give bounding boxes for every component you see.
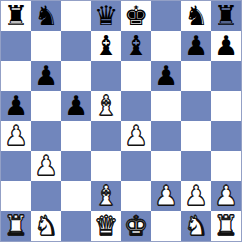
square-g1[interactable]: ♞ (181, 211, 211, 241)
square-d1[interactable]: ♛ (91, 211, 121, 241)
square-g4[interactable] (181, 121, 211, 151)
square-b4[interactable] (31, 121, 61, 151)
square-h2[interactable]: ♟ (211, 181, 241, 211)
square-e6[interactable] (121, 61, 151, 91)
square-f2[interactable]: ♟ (151, 181, 181, 211)
square-b8[interactable]: ♞ (31, 1, 61, 31)
square-a3[interactable] (1, 151, 31, 181)
square-e3[interactable] (121, 151, 151, 181)
square-a5[interactable]: ♟ (1, 91, 31, 121)
square-a4[interactable]: ♟ (1, 121, 31, 151)
square-d2[interactable]: ♝ (91, 181, 121, 211)
square-g6[interactable] (181, 61, 211, 91)
square-f7[interactable] (151, 31, 181, 61)
square-a1[interactable]: ♜ (1, 211, 31, 241)
black-bishop: ♝ (124, 32, 148, 59)
black-rook: ♜ (4, 2, 28, 29)
white-king: ♚ (124, 212, 148, 239)
white-bishop: ♝ (94, 182, 118, 209)
square-d5[interactable]: ♝ (91, 91, 121, 121)
white-pawn: ♟ (154, 182, 178, 209)
square-h7[interactable]: ♟ (211, 31, 241, 61)
square-h6[interactable] (211, 61, 241, 91)
square-h3[interactable] (211, 151, 241, 181)
square-e1[interactable]: ♚ (121, 211, 151, 241)
white-pawn: ♟ (184, 182, 208, 209)
square-h5[interactable] (211, 91, 241, 121)
square-d7[interactable]: ♝ (91, 31, 121, 61)
square-h1[interactable]: ♜ (211, 211, 241, 241)
square-d8[interactable]: ♛ (91, 1, 121, 31)
square-c1[interactable] (61, 211, 91, 241)
square-e8[interactable]: ♚ (121, 1, 151, 31)
square-b7[interactable] (31, 31, 61, 61)
square-g2[interactable]: ♟ (181, 181, 211, 211)
square-c2[interactable] (61, 181, 91, 211)
square-d4[interactable] (91, 121, 121, 151)
black-pawn: ♟ (154, 62, 178, 89)
square-f1[interactable] (151, 211, 181, 241)
square-a6[interactable] (1, 61, 31, 91)
square-g8[interactable]: ♞ (181, 1, 211, 31)
black-pawn: ♟ (4, 92, 28, 119)
square-b1[interactable]: ♞ (31, 211, 61, 241)
white-rook: ♜ (4, 212, 28, 239)
white-pawn: ♟ (34, 152, 58, 179)
square-c7[interactable] (61, 31, 91, 61)
black-pawn: ♟ (184, 32, 208, 59)
square-a8[interactable]: ♜ (1, 1, 31, 31)
black-knight: ♞ (34, 2, 58, 29)
white-knight: ♞ (34, 212, 58, 239)
square-g3[interactable] (181, 151, 211, 181)
square-a7[interactable] (1, 31, 31, 61)
square-e5[interactable] (121, 91, 151, 121)
white-pawn: ♟ (4, 122, 28, 149)
white-pawn: ♟ (124, 122, 148, 149)
square-g7[interactable]: ♟ (181, 31, 211, 61)
square-b2[interactable] (31, 181, 61, 211)
black-pawn: ♟ (34, 62, 58, 89)
square-d3[interactable] (91, 151, 121, 181)
black-pawn: ♟ (64, 92, 88, 119)
black-queen: ♛ (94, 2, 118, 29)
square-b3[interactable]: ♟ (31, 151, 61, 181)
black-rook: ♜ (214, 2, 238, 29)
square-a2[interactable] (1, 181, 31, 211)
square-f6[interactable]: ♟ (151, 61, 181, 91)
black-king: ♚ (124, 2, 148, 29)
square-b5[interactable] (31, 91, 61, 121)
white-bishop: ♝ (94, 92, 118, 119)
white-knight: ♞ (184, 212, 208, 239)
square-c8[interactable] (61, 1, 91, 31)
square-e4[interactable]: ♟ (121, 121, 151, 151)
square-c4[interactable] (61, 121, 91, 151)
square-h8[interactable]: ♜ (211, 1, 241, 31)
square-f5[interactable] (151, 91, 181, 121)
square-f8[interactable] (151, 1, 181, 31)
square-c6[interactable] (61, 61, 91, 91)
black-bishop: ♝ (94, 32, 118, 59)
square-c3[interactable] (61, 151, 91, 181)
white-queen: ♛ (94, 212, 118, 239)
square-e7[interactable]: ♝ (121, 31, 151, 61)
white-pawn: ♟ (214, 182, 238, 209)
square-g5[interactable] (181, 91, 211, 121)
square-d6[interactable] (91, 61, 121, 91)
square-h4[interactable] (211, 121, 241, 151)
square-f3[interactable] (151, 151, 181, 181)
square-e2[interactable] (121, 181, 151, 211)
square-c5[interactable]: ♟ (61, 91, 91, 121)
black-pawn: ♟ (214, 32, 238, 59)
chess-board: ♜♞♛♚♞♜♝♝♟♟♟♟♟♟♝♟♟♟♝♟♟♟♜♞♛♚♞♜ (0, 0, 242, 242)
black-knight: ♞ (184, 2, 208, 29)
square-f4[interactable] (151, 121, 181, 151)
square-b6[interactable]: ♟ (31, 61, 61, 91)
white-rook: ♜ (214, 212, 238, 239)
